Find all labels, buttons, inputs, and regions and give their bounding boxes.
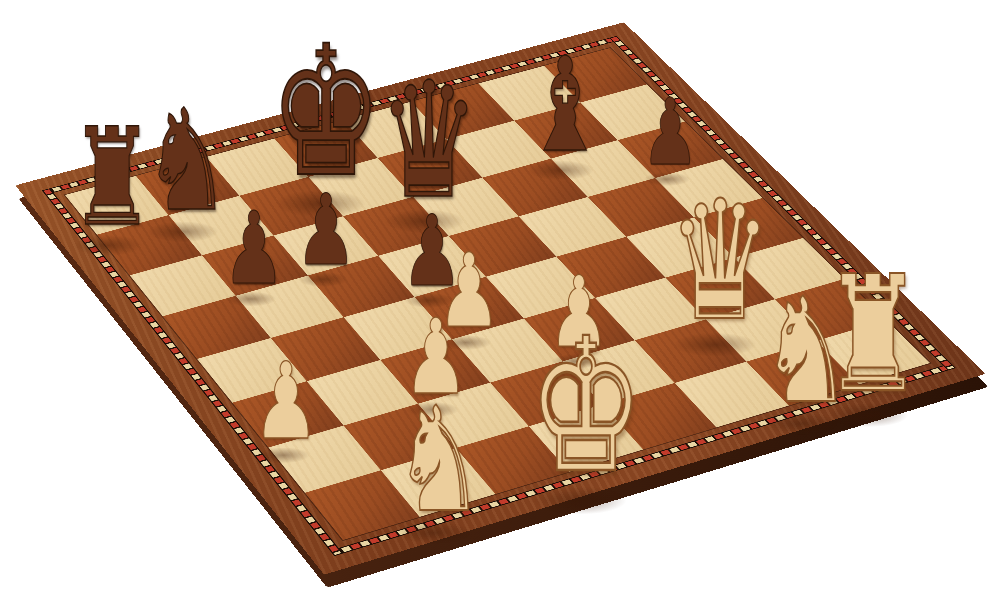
white-knight-b1[interactable]: ♞ — [394, 387, 485, 532]
black-rook-a8[interactable]: ♜ — [70, 110, 155, 245]
white-king-d1[interactable]: ♚ — [528, 314, 644, 499]
black-bishop-g7[interactable]: ♝ — [524, 40, 606, 170]
black-pawn-b6[interactable]: ♟ — [223, 199, 286, 299]
white-queen-g3[interactable]: ♛ — [668, 179, 772, 344]
photo-stage: ♜♞♚♛♝♟♟♟♟♟♟♟♟♚♛♜♞♞ — [0, 0, 1000, 616]
black-pawn-c6[interactable]: ♟ — [295, 181, 357, 279]
white-knight-g1[interactable]: ♞ — [761, 278, 852, 423]
black-knight-b8[interactable]: ♞ — [143, 91, 231, 231]
white-pawn-a3[interactable]: ♟ — [253, 349, 320, 455]
